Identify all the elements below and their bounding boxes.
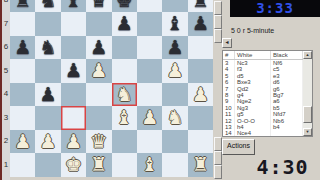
move-list-scrollbar[interactable]: ▲ ▼	[303, 51, 312, 136]
square-b1[interactable]	[35, 153, 60, 177]
black-column-header: Black	[271, 51, 303, 59]
square-b5[interactable]	[35, 59, 60, 83]
square-a4[interactable]	[10, 83, 35, 107]
scrollbar-thumb[interactable]	[303, 106, 312, 123]
square-g1[interactable]	[162, 153, 187, 177]
piece-white-knight[interactable]: ♞	[112, 83, 137, 107]
rank-label-5: 5	[2, 66, 10, 76]
piece-black-rook[interactable]: ♜	[10, 0, 35, 12]
piece-white-pawn[interactable]: ♟	[137, 106, 162, 130]
square-f1[interactable]: ♝	[137, 153, 162, 177]
square-b6[interactable]: ♞	[35, 36, 60, 60]
square-g3[interactable]: ♞	[162, 106, 187, 130]
piece-black-pawn[interactable]: ♟	[35, 83, 60, 107]
square-a1[interactable]	[10, 153, 35, 177]
game-info-label: 5 0 r 5-minute	[231, 27, 274, 34]
piece-white-pawn[interactable]: ♟	[10, 130, 35, 154]
piece-black-knight[interactable]: ♞	[35, 0, 60, 12]
square-f5[interactable]	[137, 59, 162, 83]
piece-white-pawn[interactable]: ♟	[188, 83, 213, 107]
rank-label-3: 3	[2, 113, 10, 123]
square-h4[interactable]: ♟	[188, 83, 213, 107]
square-a8[interactable]: ♜	[10, 0, 35, 12]
square-b4[interactable]: ♟	[35, 83, 60, 107]
rank-label-4: 4	[2, 89, 10, 99]
square-b2[interactable]: ♟	[35, 130, 60, 154]
square-c2[interactable]: ♟	[61, 130, 86, 154]
square-f7[interactable]	[137, 12, 162, 36]
scroll-down-icon[interactable]: ▼	[303, 128, 312, 136]
square-e7[interactable]: ♟	[112, 12, 137, 36]
square-d2[interactable]: ♛	[86, 130, 111, 154]
chess-app-window: 87654321 ♜♞♝♛♚♜♟♝♟♟♞♟♟♟♟♟♟♞♟♝♟♞♟♟♟♛♚♜♝♜ …	[0, 0, 320, 180]
square-d5[interactable]: ♟	[86, 59, 111, 83]
move-nav-back-button[interactable]: ◄	[222, 38, 232, 48]
square-c3[interactable]	[61, 106, 86, 130]
piece-black-rook[interactable]: ♜	[188, 0, 213, 12]
square-h3[interactable]	[188, 106, 213, 130]
splitter-grip-button[interactable]	[214, 1, 222, 15]
square-h7[interactable]: ♟	[188, 12, 213, 36]
splitter-grip-button[interactable]	[214, 151, 222, 165]
square-c6[interactable]	[61, 36, 86, 60]
white-column-header: White	[235, 51, 271, 59]
white-move: Nce4	[235, 130, 271, 136]
square-f4[interactable]	[137, 83, 162, 107]
piece-black-pawn[interactable]: ♟	[86, 36, 111, 60]
rank-label-1: 1	[2, 160, 10, 170]
square-a7[interactable]	[10, 12, 35, 36]
square-e8[interactable]: ♚	[112, 0, 137, 12]
move-number: 14	[223, 130, 235, 136]
square-d6[interactable]: ♟	[86, 36, 111, 60]
rank-label-8: 8	[2, 0, 10, 5]
scroll-up-icon[interactable]: ▲	[303, 51, 312, 59]
piece-black-king[interactable]: ♚	[112, 0, 137, 12]
square-g6[interactable]: ♟	[162, 36, 187, 60]
square-h1[interactable]: ♜	[188, 153, 213, 177]
piece-white-rook[interactable]: ♜	[188, 153, 213, 177]
square-h2[interactable]	[188, 130, 213, 154]
square-b3[interactable]	[35, 106, 60, 130]
square-g2[interactable]	[162, 130, 187, 154]
piece-white-knight[interactable]: ♞	[162, 106, 187, 130]
rank-label-7: 7	[2, 19, 10, 29]
splitter-grip-button[interactable]	[214, 29, 222, 43]
piece-white-king[interactable]: ♚	[61, 153, 86, 177]
square-c4[interactable]	[61, 83, 86, 107]
piece-black-bishop[interactable]: ♝	[162, 12, 187, 36]
actions-button[interactable]: Actions	[222, 139, 255, 155]
square-e2[interactable]	[112, 130, 137, 154]
piece-black-bishop[interactable]: ♝	[61, 0, 86, 12]
piece-black-pawn[interactable]: ♟	[112, 12, 137, 36]
chess-board[interactable]: ♜♞♝♛♚♜♟♝♟♟♞♟♟♟♟♟♟♞♟♝♟♞♟♟♟♛♚♜♝♜	[10, 0, 213, 177]
square-b7[interactable]	[35, 12, 60, 36]
square-d1[interactable]: ♜	[86, 153, 111, 177]
square-d8[interactable]: ♛	[86, 0, 111, 12]
square-e1[interactable]	[112, 153, 137, 177]
square-c8[interactable]: ♝	[61, 0, 86, 12]
square-d3[interactable]	[86, 106, 111, 130]
square-f3[interactable]: ♟	[137, 106, 162, 130]
player-clock: 4:30	[245, 155, 320, 179]
splitter-grip-button[interactable]	[214, 137, 222, 151]
splitter-grip-button[interactable]	[214, 165, 222, 179]
square-f8[interactable]	[137, 0, 162, 12]
square-d7[interactable]	[86, 12, 111, 36]
square-f6[interactable]	[137, 36, 162, 60]
opponent-clock: 3:33	[230, 0, 320, 17]
square-f2[interactable]	[137, 130, 162, 154]
square-a5[interactable]	[10, 59, 35, 83]
piece-black-queen[interactable]: ♛	[86, 0, 111, 12]
piece-black-pawn[interactable]: ♟	[188, 12, 213, 36]
square-h5[interactable]	[188, 59, 213, 83]
square-a3[interactable]	[10, 106, 35, 130]
move-list-table[interactable]: # White Black 3Nc3Nf64f3c55d5e36Bxe3d67Q…	[222, 50, 313, 137]
piece-white-bishop[interactable]: ♝	[112, 106, 137, 130]
square-g4[interactable]	[162, 83, 187, 107]
splitter-grip-button[interactable]	[214, 15, 222, 29]
right-panel: 3:33 5 0 r 5-minute ◄ # White Black 3Nc3…	[222, 0, 320, 180]
square-g8[interactable]	[162, 0, 187, 12]
square-c7[interactable]	[61, 12, 86, 36]
piece-black-pawn[interactable]: ♟	[61, 59, 86, 83]
square-e3[interactable]: ♝	[112, 106, 137, 130]
piece-white-pawn[interactable]: ♟	[61, 130, 86, 154]
square-c5[interactable]: ♟	[61, 59, 86, 83]
piece-white-pawn[interactable]: ♟	[86, 59, 111, 83]
piece-white-pawn[interactable]: ♟	[35, 130, 60, 154]
square-g5[interactable]: ♟	[162, 59, 187, 83]
piece-black-pawn[interactable]: ♟	[162, 36, 187, 60]
square-c1[interactable]: ♚	[61, 153, 86, 177]
rank-label-column: 87654321	[2, 0, 10, 180]
move-list-header: # White Black	[223, 51, 312, 60]
piece-white-queen[interactable]: ♛	[86, 130, 111, 154]
square-e4[interactable]: ♞	[112, 83, 137, 107]
square-e5[interactable]	[112, 59, 137, 83]
move-row-14[interactable]: 14Nce4	[223, 130, 312, 136]
square-a6[interactable]: ♟	[10, 36, 35, 60]
square-d4[interactable]	[86, 83, 111, 107]
square-a2[interactable]: ♟	[10, 130, 35, 154]
square-g7[interactable]: ♝	[162, 12, 187, 36]
piece-black-knight[interactable]: ♞	[35, 36, 60, 60]
square-b8[interactable]: ♞	[35, 0, 60, 12]
rank-label-6: 6	[2, 42, 10, 52]
piece-white-bishop[interactable]: ♝	[137, 153, 162, 177]
square-h6[interactable]	[188, 36, 213, 60]
piece-white-pawn[interactable]: ♟	[162, 59, 187, 83]
piece-black-pawn[interactable]: ♟	[10, 36, 35, 60]
piece-white-rook[interactable]: ♜	[86, 153, 111, 177]
square-e6[interactable]	[112, 36, 137, 60]
black-move	[271, 130, 303, 136]
rank-label-2: 2	[2, 136, 10, 146]
splitter-strip[interactable]	[213, 0, 222, 180]
move-number-header: #	[223, 51, 235, 59]
square-h8[interactable]: ♜	[188, 0, 213, 12]
